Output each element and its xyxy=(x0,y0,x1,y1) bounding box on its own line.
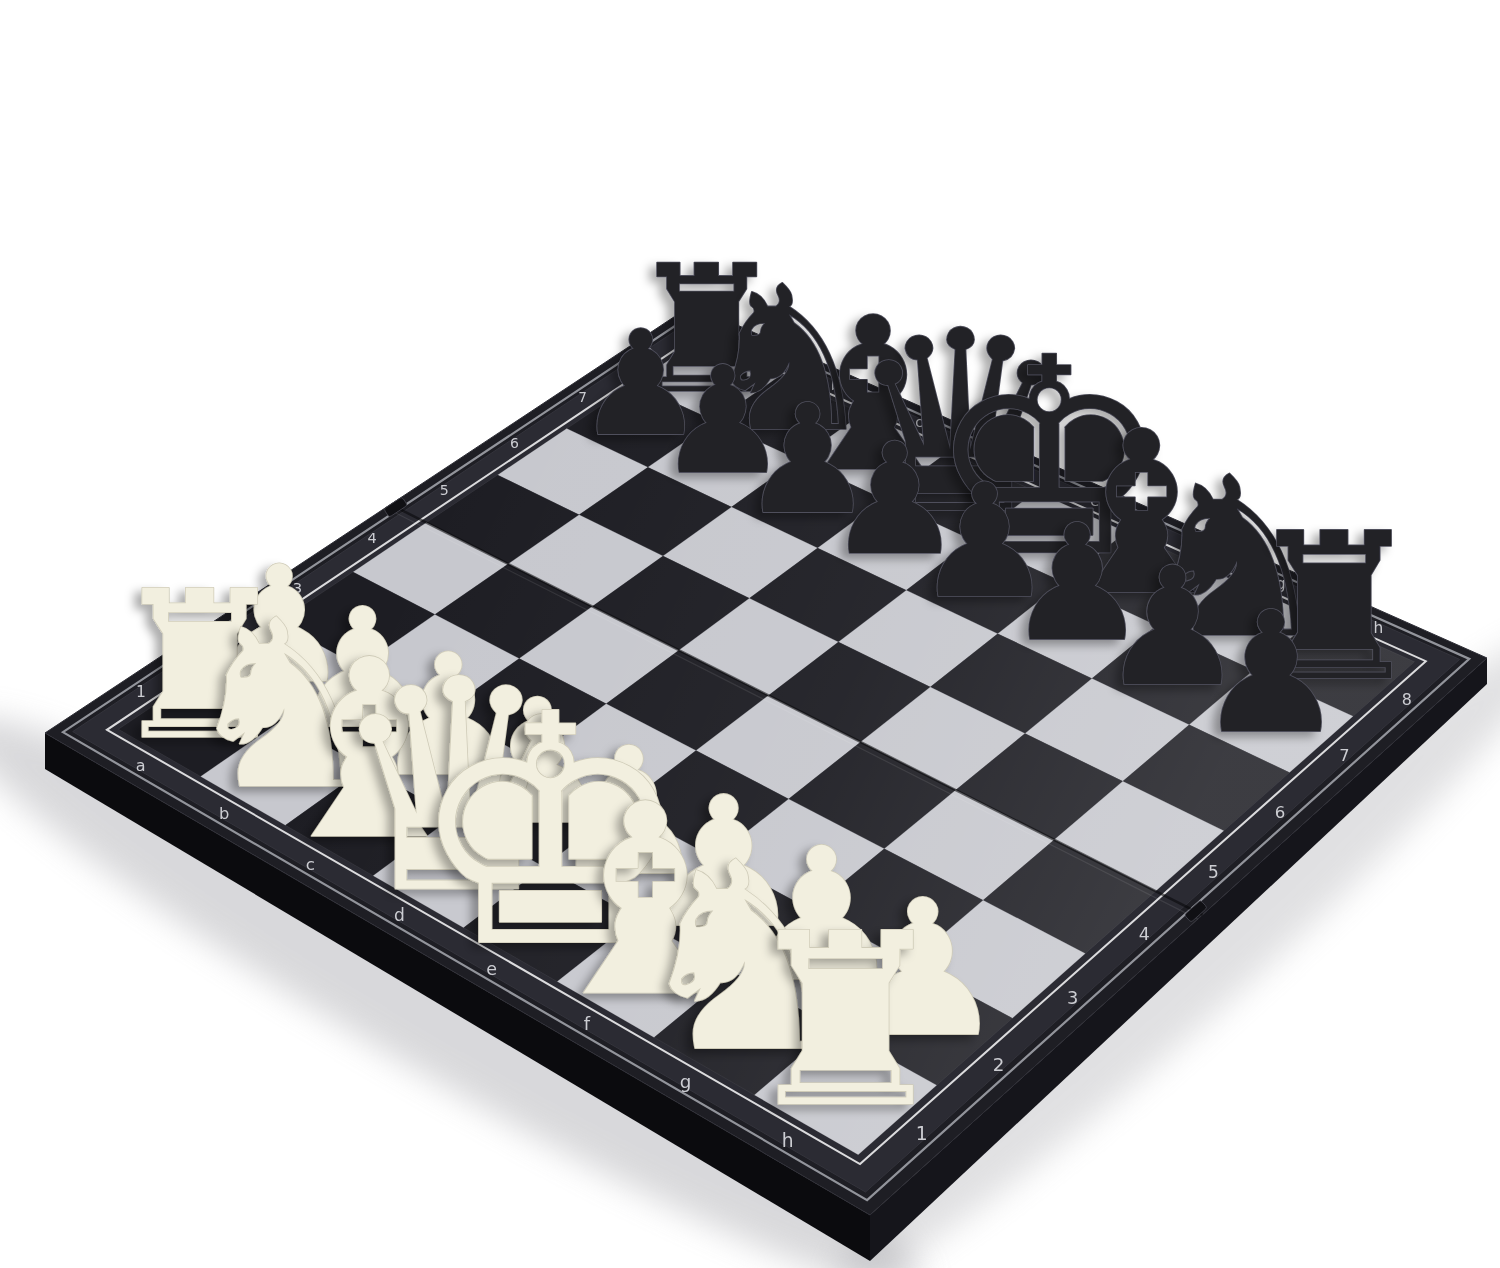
rank-label-left-4: 4 xyxy=(367,530,376,546)
rank-label-left-6: 6 xyxy=(510,435,519,451)
rank-label-right-3: 3 xyxy=(1067,987,1078,1008)
rank-label-right-6: 6 xyxy=(1275,803,1286,822)
chess-set-photo-stage: Folding magnetic travel chess set with b… xyxy=(0,0,1500,1268)
piece-black-pawn-h7: ♟ xyxy=(1196,576,1346,770)
rank-label-right-5: 5 xyxy=(1208,862,1219,882)
chess-board-photo: aabbccddeeffgghh1122334455667788♜♞♟♝♟♛♟♚… xyxy=(0,0,1500,1268)
piece-white-rook-h1: ♜ xyxy=(739,882,953,1160)
rank-label-right-4: 4 xyxy=(1139,924,1150,944)
rank-label-left-5: 5 xyxy=(440,482,449,498)
